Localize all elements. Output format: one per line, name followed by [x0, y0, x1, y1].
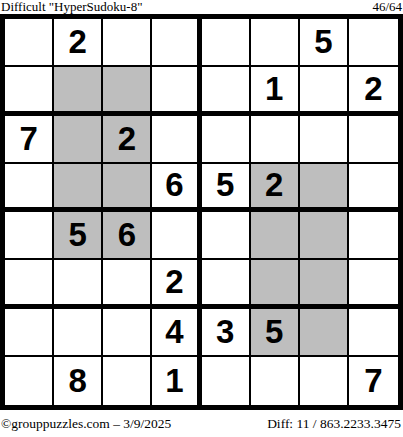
cell-r7c6[interactable]: 5 — [251, 309, 300, 357]
cell-r8c3[interactable] — [103, 357, 152, 405]
cell-r8c6[interactable] — [251, 357, 300, 405]
difficulty-info: Diff: 11 / 863.2233.3475 — [267, 416, 401, 432]
cell-r3c5[interactable] — [202, 116, 251, 164]
cell-r8c1[interactable] — [5, 357, 54, 405]
cell-r4c3[interactable] — [103, 164, 152, 212]
cell-r4c1[interactable] — [5, 164, 54, 212]
cell-r7c8[interactable] — [349, 309, 398, 357]
cell-r6c6[interactable] — [251, 260, 300, 308]
copyright-date: ©grouppuzzles.com – 3/9/2025 — [1, 416, 171, 432]
cell-r1c6[interactable] — [251, 19, 300, 67]
cell-r8c4[interactable]: 1 — [152, 357, 201, 405]
cell-r3c4[interactable] — [152, 116, 201, 164]
puzzle-counter: 46/64 — [372, 0, 402, 14]
cell-r1c7[interactable]: 5 — [300, 19, 349, 67]
cell-r2c6[interactable]: 1 — [251, 67, 300, 115]
cell-r5c7[interactable] — [300, 212, 349, 260]
cell-r4c2[interactable] — [54, 164, 103, 212]
sudoku-grid: 251272652562435817 — [0, 14, 403, 410]
cell-r8c8[interactable]: 7 — [349, 357, 398, 405]
cell-r2c1[interactable] — [5, 67, 54, 115]
cell-r8c2[interactable]: 8 — [54, 357, 103, 405]
cell-r6c7[interactable] — [300, 260, 349, 308]
cell-r3c1[interactable]: 7 — [5, 116, 54, 164]
cell-r2c8[interactable]: 2 — [349, 67, 398, 115]
cell-r7c4[interactable]: 4 — [152, 309, 201, 357]
cell-r1c1[interactable] — [5, 19, 54, 67]
cell-r6c2[interactable] — [54, 260, 103, 308]
cell-r4c5[interactable]: 5 — [202, 164, 251, 212]
cell-r4c4[interactable]: 6 — [152, 164, 201, 212]
cell-r6c5[interactable] — [202, 260, 251, 308]
cell-r5c4[interactable] — [152, 212, 201, 260]
cell-r3c6[interactable] — [251, 116, 300, 164]
cell-r3c2[interactable] — [54, 116, 103, 164]
cell-r1c2[interactable]: 2 — [54, 19, 103, 67]
cell-r5c2[interactable]: 5 — [54, 212, 103, 260]
cell-r2c3[interactable] — [103, 67, 152, 115]
cell-r8c5[interactable] — [202, 357, 251, 405]
cell-r3c8[interactable] — [349, 116, 398, 164]
cell-r1c8[interactable] — [349, 19, 398, 67]
cell-r6c1[interactable] — [5, 260, 54, 308]
cell-r5c5[interactable] — [202, 212, 251, 260]
cell-r3c7[interactable] — [300, 116, 349, 164]
cell-r5c6[interactable] — [251, 212, 300, 260]
cell-r6c4[interactable]: 2 — [152, 260, 201, 308]
cell-r1c4[interactable] — [152, 19, 201, 67]
cell-r7c7[interactable] — [300, 309, 349, 357]
footer-bar: ©grouppuzzles.com – 3/9/2025 Diff: 11 / … — [0, 410, 403, 437]
cell-r6c8[interactable] — [349, 260, 398, 308]
cell-r8c7[interactable] — [300, 357, 349, 405]
cell-r3c3[interactable]: 2 — [103, 116, 152, 164]
cell-r7c2[interactable] — [54, 309, 103, 357]
cell-r2c2[interactable] — [54, 67, 103, 115]
cell-r2c7[interactable] — [300, 67, 349, 115]
cell-r2c4[interactable] — [152, 67, 201, 115]
cell-r4c8[interactable] — [349, 164, 398, 212]
cell-r4c6[interactable]: 2 — [251, 164, 300, 212]
cell-r5c8[interactable] — [349, 212, 398, 260]
cell-r5c1[interactable] — [5, 212, 54, 260]
cell-r7c5[interactable]: 3 — [202, 309, 251, 357]
cell-r1c5[interactable] — [202, 19, 251, 67]
cell-r7c1[interactable] — [5, 309, 54, 357]
cell-r5c3[interactable]: 6 — [103, 212, 152, 260]
cell-r6c3[interactable] — [103, 260, 152, 308]
cell-r1c3[interactable] — [103, 19, 152, 67]
cell-r4c7[interactable] — [300, 164, 349, 212]
cell-r7c3[interactable] — [103, 309, 152, 357]
puzzle-title: Difficult "HyperSudoku-8" — [1, 0, 142, 14]
cell-r2c5[interactable] — [202, 67, 251, 115]
header-bar: Difficult "HyperSudoku-8" 46/64 — [0, 0, 403, 14]
